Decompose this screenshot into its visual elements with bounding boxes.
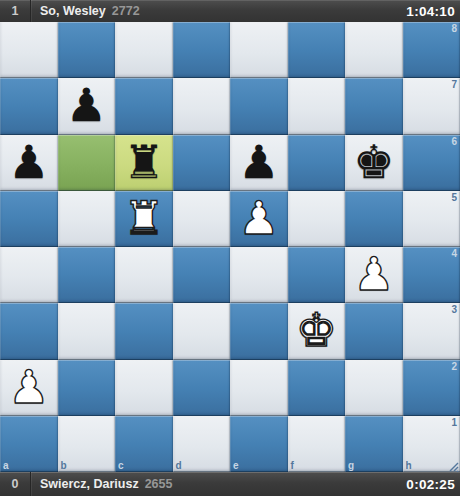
square-a4[interactable] — [0, 247, 58, 303]
chess-broadcast-window: 1 So, Wesley 2772 1:04:10 8♟7♟♜♟♚6♜♟5♟4♚… — [0, 0, 460, 496]
file-label-f: f — [291, 461, 294, 471]
bottom-bar-separator — [30, 472, 31, 496]
piece-black-rook-c6[interactable]: ♜ — [123, 139, 164, 185]
square-e3[interactable] — [230, 303, 288, 359]
file-label-c: c — [118, 461, 124, 471]
square-h6[interactable]: 6 — [403, 135, 460, 191]
square-d1[interactable]: d — [173, 416, 231, 472]
square-e2[interactable] — [230, 360, 288, 416]
rank-label-2: 2 — [451, 362, 457, 372]
square-g5[interactable] — [345, 191, 403, 247]
square-f7[interactable] — [288, 78, 346, 134]
chess-board: 8♟7♟♜♟♚6♜♟5♟4♚3♟2abcdefg1h — [0, 22, 460, 472]
square-g7[interactable] — [345, 78, 403, 134]
top-player-clock: 1:04:10 — [406, 4, 455, 19]
square-b3[interactable] — [58, 303, 116, 359]
resize-handle-icon[interactable] — [446, 458, 459, 471]
square-d4[interactable] — [173, 247, 231, 303]
square-a5[interactable] — [0, 191, 58, 247]
file-label-h: h — [406, 461, 412, 471]
square-b6[interactable] — [58, 135, 116, 191]
piece-black-pawn-a6[interactable]: ♟ — [8, 139, 49, 185]
square-c5[interactable]: ♜ — [115, 191, 173, 247]
square-g8[interactable] — [345, 22, 403, 78]
square-a3[interactable] — [0, 303, 58, 359]
square-c6[interactable]: ♜ — [115, 135, 173, 191]
rank-label-7: 7 — [451, 80, 457, 90]
square-e4[interactable] — [230, 247, 288, 303]
file-label-b: b — [61, 461, 67, 471]
square-b5[interactable] — [58, 191, 116, 247]
piece-white-pawn-g4[interactable]: ♟ — [353, 251, 394, 297]
file-label-d: d — [176, 461, 182, 471]
rank-label-6: 6 — [451, 137, 457, 147]
square-g1[interactable]: g — [345, 416, 403, 472]
square-d2[interactable] — [173, 360, 231, 416]
square-h3[interactable]: 3 — [403, 303, 460, 359]
square-f8[interactable] — [288, 22, 346, 78]
square-f5[interactable] — [288, 191, 346, 247]
piece-white-rook-c5[interactable]: ♜ — [123, 195, 164, 241]
square-e5[interactable]: ♟ — [230, 191, 288, 247]
square-d7[interactable] — [173, 78, 231, 134]
square-f1[interactable]: f — [288, 416, 346, 472]
square-b1[interactable]: b — [58, 416, 116, 472]
bottom-player-clock: 0:02:25 — [406, 477, 455, 492]
square-d6[interactable] — [173, 135, 231, 191]
file-label-a: a — [3, 461, 9, 471]
square-h8[interactable]: 8 — [403, 22, 460, 78]
square-c8[interactable] — [115, 22, 173, 78]
file-label-g: g — [348, 461, 354, 471]
square-c1[interactable]: c — [115, 416, 173, 472]
bottom-player-name: Swiercz, Dariusz — [40, 477, 139, 491]
square-h4[interactable]: 4 — [403, 247, 460, 303]
square-e7[interactable] — [230, 78, 288, 134]
square-b2[interactable] — [58, 360, 116, 416]
square-c3[interactable] — [115, 303, 173, 359]
piece-white-pawn-a2[interactable]: ♟ — [8, 364, 49, 410]
rank-label-1: 1 — [451, 418, 457, 428]
piece-white-king-f3[interactable]: ♚ — [296, 307, 337, 353]
top-player-bar: 1 So, Wesley 2772 1:04:10 — [0, 0, 460, 22]
top-player-name: So, Wesley — [40, 4, 106, 18]
square-g3[interactable] — [345, 303, 403, 359]
square-a1[interactable]: a — [0, 416, 58, 472]
square-d3[interactable] — [173, 303, 231, 359]
rank-label-3: 3 — [451, 305, 457, 315]
square-a7[interactable] — [0, 78, 58, 134]
top-player-rating: 2772 — [112, 4, 140, 18]
bottom-player-rating: 2655 — [145, 477, 173, 491]
square-f4[interactable] — [288, 247, 346, 303]
piece-black-king-g6[interactable]: ♚ — [353, 139, 394, 185]
square-e1[interactable]: e — [230, 416, 288, 472]
square-h7[interactable]: 7 — [403, 78, 460, 134]
square-e8[interactable] — [230, 22, 288, 78]
square-g6[interactable]: ♚ — [345, 135, 403, 191]
square-e6[interactable]: ♟ — [230, 135, 288, 191]
piece-black-pawn-b7[interactable]: ♟ — [66, 82, 107, 128]
square-c2[interactable] — [115, 360, 173, 416]
top-bar-separator — [30, 0, 31, 22]
square-f3[interactable]: ♚ — [288, 303, 346, 359]
rank-label-4: 4 — [451, 249, 457, 259]
square-h5[interactable]: 5 — [403, 191, 460, 247]
top-player-score: 1 — [0, 4, 30, 18]
square-b4[interactable] — [58, 247, 116, 303]
square-h2[interactable]: 2 — [403, 360, 460, 416]
square-b8[interactable] — [58, 22, 116, 78]
bottom-player-score: 0 — [0, 477, 30, 491]
square-b7[interactable]: ♟ — [58, 78, 116, 134]
square-a2[interactable]: ♟ — [0, 360, 58, 416]
piece-white-pawn-e5[interactable]: ♟ — [238, 195, 279, 241]
bottom-player-bar: 0 Swiercz, Dariusz 2655 0:02:25 — [0, 472, 460, 496]
square-a8[interactable] — [0, 22, 58, 78]
rank-label-8: 8 — [451, 24, 457, 34]
square-a6[interactable]: ♟ — [0, 135, 58, 191]
square-c4[interactable] — [115, 247, 173, 303]
square-f6[interactable] — [288, 135, 346, 191]
square-h1[interactable]: 1h — [403, 416, 460, 472]
square-c7[interactable] — [115, 78, 173, 134]
rank-label-5: 5 — [451, 193, 457, 203]
square-g4[interactable]: ♟ — [345, 247, 403, 303]
file-label-e: e — [233, 461, 239, 471]
square-f2[interactable] — [288, 360, 346, 416]
square-g2[interactable] — [345, 360, 403, 416]
square-d5[interactable] — [173, 191, 231, 247]
piece-black-pawn-e6[interactable]: ♟ — [238, 139, 279, 185]
square-d8[interactable] — [173, 22, 231, 78]
